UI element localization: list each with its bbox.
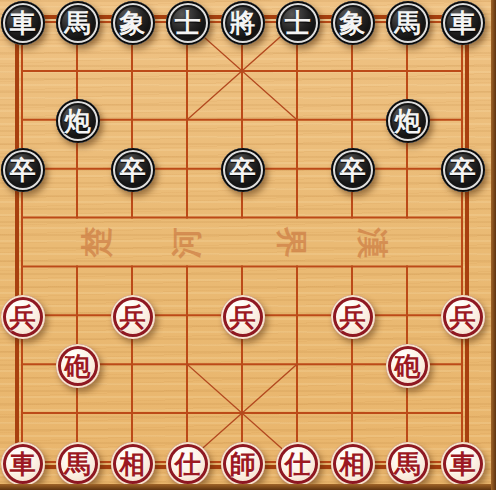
piece-red-elephant[interactable]: 相 xyxy=(331,442,375,486)
piece-red-soldier[interactable]: 兵 xyxy=(331,295,375,339)
piece-black-elephant[interactable]: 象 xyxy=(331,1,375,45)
piece-black-soldier[interactable]: 卒 xyxy=(111,148,155,192)
piece-black-soldier[interactable]: 卒 xyxy=(221,148,265,192)
piece-red-soldier[interactable]: 兵 xyxy=(221,295,265,339)
piece-black-advisor[interactable]: 士 xyxy=(276,1,320,45)
piece-black-horse[interactable]: 馬 xyxy=(56,1,100,45)
piece-red-soldier[interactable]: 兵 xyxy=(441,295,485,339)
piece-red-chariot[interactable]: 車 xyxy=(1,442,45,486)
piece-red-cannon[interactable]: 砲 xyxy=(56,344,100,388)
piece-red-horse[interactable]: 馬 xyxy=(386,442,430,486)
piece-red-soldier[interactable]: 兵 xyxy=(111,295,155,339)
piece-black-soldier[interactable]: 卒 xyxy=(331,148,375,192)
xiangqi-board: 楚 河 界 漢 車馬象士將士象馬車炮炮卒卒卒卒卒兵兵兵兵兵砲砲車馬相仕師仕相馬車 xyxy=(0,0,496,490)
piece-red-advisor[interactable]: 仕 xyxy=(276,442,320,486)
piece-black-chariot[interactable]: 車 xyxy=(441,1,485,45)
piece-red-cannon[interactable]: 砲 xyxy=(386,344,430,388)
piece-black-elephant[interactable]: 象 xyxy=(111,1,155,45)
piece-black-soldier[interactable]: 卒 xyxy=(441,148,485,192)
piece-black-cannon[interactable]: 炮 xyxy=(386,99,430,143)
board-edge-right xyxy=(491,0,496,490)
piece-black-horse[interactable]: 馬 xyxy=(386,1,430,45)
piece-red-chariot[interactable]: 車 xyxy=(441,442,485,486)
piece-black-advisor[interactable]: 士 xyxy=(166,1,210,45)
piece-black-cannon[interactable]: 炮 xyxy=(56,99,100,143)
board-edge-bottom xyxy=(0,484,496,490)
piece-red-advisor[interactable]: 仕 xyxy=(166,442,210,486)
piece-red-elephant[interactable]: 相 xyxy=(111,442,155,486)
piece-black-soldier[interactable]: 卒 xyxy=(1,148,45,192)
piece-red-soldier[interactable]: 兵 xyxy=(1,295,45,339)
piece-grid: 車馬象士將士象馬車炮炮卒卒卒卒卒兵兵兵兵兵砲砲車馬相仕師仕相馬車 xyxy=(0,0,490,488)
piece-red-general[interactable]: 師 xyxy=(221,442,265,486)
piece-red-horse[interactable]: 馬 xyxy=(56,442,100,486)
piece-black-chariot[interactable]: 車 xyxy=(1,1,45,45)
piece-black-general[interactable]: 將 xyxy=(221,1,265,45)
